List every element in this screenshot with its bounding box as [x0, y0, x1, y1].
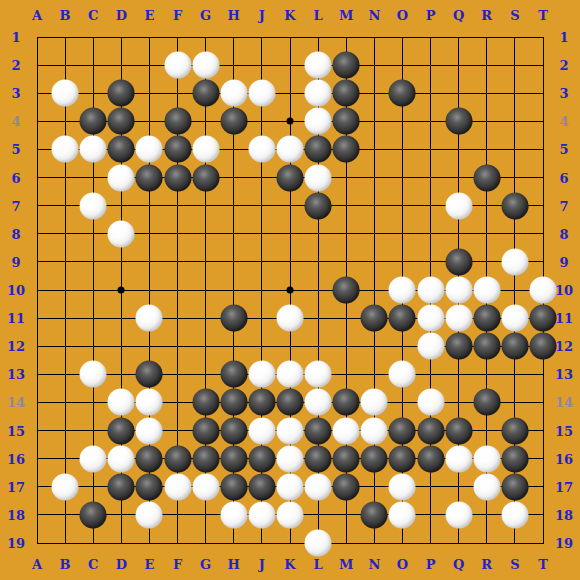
white-stone[interactable] [445, 277, 472, 304]
white-stone[interactable] [192, 473, 219, 500]
black-stone[interactable] [192, 417, 219, 444]
col-label-top-Q: Q [453, 9, 464, 22]
white-stone[interactable] [108, 445, 135, 472]
row-label-left-14: 14 [7, 396, 25, 409]
row-label-right-11: 11 [555, 312, 573, 325]
white-stone[interactable] [473, 473, 500, 500]
black-stone[interactable] [108, 108, 135, 135]
white-stone[interactable] [473, 445, 500, 472]
col-label-top-F: F [173, 9, 182, 22]
white-stone[interactable] [445, 192, 472, 219]
col-label-bottom-J: J [259, 558, 265, 571]
black-stone[interactable] [473, 389, 500, 416]
white-stone[interactable] [389, 501, 416, 528]
col-label-bottom-O: O [397, 558, 408, 571]
col-label-bottom-R: R [481, 558, 492, 571]
white-stone[interactable] [277, 417, 304, 444]
white-stone[interactable] [248, 501, 275, 528]
white-stone[interactable] [80, 445, 107, 472]
white-stone[interactable] [277, 361, 304, 388]
white-stone[interactable] [445, 445, 472, 472]
black-stone[interactable] [501, 192, 528, 219]
black-stone[interactable] [333, 389, 360, 416]
black-stone[interactable] [136, 473, 163, 500]
white-stone[interactable] [305, 164, 332, 191]
col-label-bottom-D: D [116, 558, 127, 571]
row-label-right-16: 16 [555, 452, 573, 465]
black-stone[interactable] [333, 277, 360, 304]
black-stone[interactable] [501, 473, 528, 500]
white-stone[interactable] [164, 473, 191, 500]
col-label-bottom-A: A [32, 558, 42, 571]
black-stone[interactable] [248, 445, 275, 472]
white-stone[interactable] [277, 473, 304, 500]
row-label-right-1: 1 [559, 31, 568, 44]
white-stone[interactable] [389, 277, 416, 304]
row-label-left-10: 10 [7, 284, 25, 297]
row-label-left-8: 8 [11, 227, 20, 240]
white-stone[interactable] [52, 80, 79, 107]
white-stone[interactable] [277, 136, 304, 163]
black-stone[interactable] [136, 445, 163, 472]
row-label-left-3: 3 [11, 87, 20, 100]
white-stone[interactable] [501, 248, 528, 275]
black-stone[interactable] [80, 501, 107, 528]
black-stone[interactable] [108, 80, 135, 107]
row-label-right-17: 17 [555, 480, 573, 493]
grid-line-horizontal [37, 543, 544, 544]
black-stone[interactable] [220, 361, 247, 388]
row-label-right-7: 7 [559, 199, 568, 212]
black-stone[interactable] [305, 192, 332, 219]
white-stone[interactable] [248, 417, 275, 444]
go-board[interactable]: AABBCCDDEEFFGGHHJJKKLLMMNNOOPPQQRRSSTT11… [0, 0, 580, 580]
black-stone[interactable] [305, 136, 332, 163]
black-stone[interactable] [220, 305, 247, 332]
row-label-right-2: 2 [559, 59, 568, 72]
black-stone[interactable] [473, 164, 500, 191]
white-stone[interactable] [136, 417, 163, 444]
white-stone[interactable] [136, 305, 163, 332]
col-label-top-T: T [538, 9, 548, 22]
black-stone[interactable] [305, 417, 332, 444]
white-stone[interactable] [473, 277, 500, 304]
star-point [287, 118, 294, 125]
white-stone[interactable] [248, 361, 275, 388]
black-stone[interactable] [333, 108, 360, 135]
row-label-left-12: 12 [7, 340, 25, 353]
row-label-right-3: 3 [559, 87, 568, 100]
row-label-right-14: 14 [555, 396, 573, 409]
white-stone[interactable] [277, 305, 304, 332]
black-stone[interactable] [333, 136, 360, 163]
black-stone[interactable] [389, 445, 416, 472]
col-label-top-S: S [510, 9, 519, 22]
col-label-bottom-H: H [228, 558, 240, 571]
white-stone[interactable] [136, 501, 163, 528]
row-label-left-18: 18 [7, 508, 25, 521]
white-stone[interactable] [389, 361, 416, 388]
col-label-top-L: L [314, 9, 323, 22]
white-stone[interactable] [80, 361, 107, 388]
black-stone[interactable] [473, 333, 500, 360]
black-stone[interactable] [80, 108, 107, 135]
white-stone[interactable] [445, 501, 472, 528]
white-stone[interactable] [305, 52, 332, 79]
black-stone[interactable] [108, 417, 135, 444]
white-stone[interactable] [192, 136, 219, 163]
black-stone[interactable] [417, 445, 444, 472]
white-stone[interactable] [389, 473, 416, 500]
black-stone[interactable] [136, 361, 163, 388]
white-stone[interactable] [108, 220, 135, 247]
black-stone[interactable] [136, 164, 163, 191]
black-stone[interactable] [220, 473, 247, 500]
row-label-right-6: 6 [559, 171, 568, 184]
row-label-right-9: 9 [559, 255, 568, 268]
col-label-bottom-S: S [510, 558, 519, 571]
row-label-left-19: 19 [7, 537, 25, 550]
col-label-bottom-P: P [426, 558, 436, 571]
col-label-bottom-M: M [339, 558, 353, 571]
row-label-right-19: 19 [555, 537, 573, 550]
row-label-left-5: 5 [11, 143, 20, 156]
white-stone[interactable] [305, 80, 332, 107]
black-stone[interactable] [164, 108, 191, 135]
white-stone[interactable] [305, 361, 332, 388]
white-stone[interactable] [333, 417, 360, 444]
black-stone[interactable] [361, 445, 388, 472]
col-label-top-H: H [228, 9, 240, 22]
black-stone[interactable] [333, 445, 360, 472]
white-stone[interactable] [136, 389, 163, 416]
col-label-top-J: J [259, 9, 265, 22]
black-stone[interactable] [164, 445, 191, 472]
black-stone[interactable] [248, 389, 275, 416]
white-stone[interactable] [417, 277, 444, 304]
black-stone[interactable] [417, 417, 444, 444]
black-stone[interactable] [277, 389, 304, 416]
star-point [118, 287, 125, 294]
white-stone[interactable] [220, 501, 247, 528]
white-stone[interactable] [417, 305, 444, 332]
col-label-bottom-F: F [173, 558, 182, 571]
col-label-top-K: K [284, 9, 295, 22]
row-label-left-17: 17 [7, 480, 25, 493]
col-label-bottom-C: C [88, 558, 98, 571]
black-stone[interactable] [192, 80, 219, 107]
black-stone[interactable] [389, 417, 416, 444]
black-stone[interactable] [389, 305, 416, 332]
black-stone[interactable] [333, 80, 360, 107]
col-label-top-E: E [144, 9, 154, 22]
white-stone[interactable] [52, 136, 79, 163]
row-label-right-10: 10 [555, 284, 573, 297]
white-stone[interactable] [80, 136, 107, 163]
black-stone[interactable] [164, 136, 191, 163]
black-stone[interactable] [333, 52, 360, 79]
row-label-right-8: 8 [559, 227, 568, 240]
black-stone[interactable] [220, 389, 247, 416]
row-label-left-15: 15 [7, 424, 25, 437]
col-label-top-P: P [426, 9, 436, 22]
col-label-bottom-N: N [368, 558, 380, 571]
col-label-bottom-T: T [538, 558, 548, 571]
black-stone[interactable] [192, 164, 219, 191]
col-label-top-M: M [339, 9, 353, 22]
black-stone[interactable] [445, 248, 472, 275]
black-stone[interactable] [220, 445, 247, 472]
black-stone[interactable] [473, 305, 500, 332]
black-stone[interactable] [501, 417, 528, 444]
white-stone[interactable] [136, 136, 163, 163]
black-stone[interactable] [192, 389, 219, 416]
row-label-left-9: 9 [11, 255, 20, 268]
white-stone[interactable] [530, 277, 557, 304]
white-stone[interactable] [417, 333, 444, 360]
white-stone[interactable] [501, 305, 528, 332]
row-label-right-15: 15 [555, 424, 573, 437]
row-label-left-16: 16 [7, 452, 25, 465]
row-label-right-18: 18 [555, 508, 573, 521]
black-stone[interactable] [220, 417, 247, 444]
black-stone[interactable] [192, 445, 219, 472]
white-stone[interactable] [277, 501, 304, 528]
black-stone[interactable] [445, 108, 472, 135]
black-stone[interactable] [361, 501, 388, 528]
black-stone[interactable] [248, 473, 275, 500]
black-stone[interactable] [361, 305, 388, 332]
star-point [287, 287, 294, 294]
row-label-left-7: 7 [11, 199, 20, 212]
black-stone[interactable] [277, 164, 304, 191]
col-label-top-G: G [200, 9, 211, 22]
row-label-right-13: 13 [555, 368, 573, 381]
white-stone[interactable] [277, 445, 304, 472]
white-stone[interactable] [108, 389, 135, 416]
white-stone[interactable] [305, 473, 332, 500]
black-stone[interactable] [501, 445, 528, 472]
black-stone[interactable] [445, 417, 472, 444]
col-label-bottom-K: K [284, 558, 295, 571]
black-stone[interactable] [108, 473, 135, 500]
white-stone[interactable] [52, 473, 79, 500]
black-stone[interactable] [530, 305, 557, 332]
col-label-top-N: N [368, 9, 380, 22]
row-label-left-6: 6 [11, 171, 20, 184]
row-label-left-2: 2 [11, 59, 20, 72]
row-label-left-13: 13 [7, 368, 25, 381]
row-label-right-12: 12 [555, 340, 573, 353]
white-stone[interactable] [305, 530, 332, 557]
col-label-top-R: R [481, 9, 492, 22]
row-label-left-11: 11 [7, 312, 25, 325]
white-stone[interactable] [192, 52, 219, 79]
row-label-right-4: 4 [559, 115, 568, 128]
black-stone[interactable] [305, 445, 332, 472]
col-label-top-B: B [60, 9, 71, 22]
white-stone[interactable] [361, 389, 388, 416]
white-stone[interactable] [248, 136, 275, 163]
black-stone[interactable] [164, 164, 191, 191]
col-label-bottom-G: G [200, 558, 211, 571]
black-stone[interactable] [530, 333, 557, 360]
col-label-bottom-E: E [144, 558, 154, 571]
black-stone[interactable] [445, 333, 472, 360]
white-stone[interactable] [305, 389, 332, 416]
row-label-right-5: 5 [559, 143, 568, 156]
col-label-top-D: D [116, 9, 127, 22]
white-stone[interactable] [445, 305, 472, 332]
row-label-left-4: 4 [11, 115, 20, 128]
black-stone[interactable] [501, 333, 528, 360]
col-label-bottom-Q: Q [453, 558, 464, 571]
white-stone[interactable] [305, 108, 332, 135]
white-stone[interactable] [248, 80, 275, 107]
white-stone[interactable] [220, 80, 247, 107]
white-stone[interactable] [108, 164, 135, 191]
col-label-top-O: O [397, 9, 408, 22]
white-stone[interactable] [361, 417, 388, 444]
white-stone[interactable] [80, 192, 107, 219]
col-label-bottom-B: B [60, 558, 71, 571]
col-label-bottom-L: L [314, 558, 323, 571]
black-stone[interactable] [333, 473, 360, 500]
white-stone[interactable] [501, 501, 528, 528]
white-stone[interactable] [164, 52, 191, 79]
white-stone[interactable] [417, 389, 444, 416]
black-stone[interactable] [389, 80, 416, 107]
col-label-top-A: A [32, 9, 42, 22]
black-stone[interactable] [108, 136, 135, 163]
col-label-top-C: C [88, 9, 98, 22]
black-stone[interactable] [220, 108, 247, 135]
row-label-left-1: 1 [11, 31, 20, 44]
